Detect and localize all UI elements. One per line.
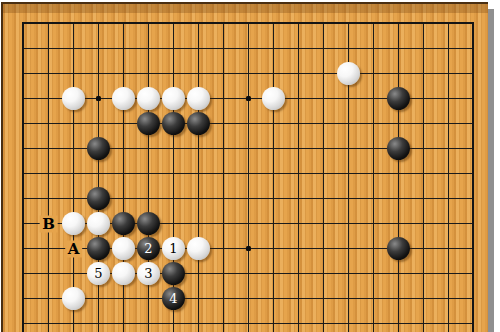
intersection[interactable]: [386, 136, 411, 161]
intersection[interactable]: [336, 186, 361, 211]
intersection[interactable]: [86, 211, 111, 236]
intersection[interactable]: [186, 61, 211, 86]
black-stone[interactable]: 4: [162, 287, 185, 310]
intersection[interactable]: [136, 286, 161, 311]
intersection[interactable]: [361, 161, 386, 186]
black-stone[interactable]: 2: [137, 237, 160, 260]
intersection[interactable]: [61, 186, 86, 211]
intersection[interactable]: [361, 136, 386, 161]
intersection[interactable]: [411, 86, 436, 111]
intersection[interactable]: [236, 111, 261, 136]
intersection[interactable]: [111, 161, 136, 186]
intersection[interactable]: [111, 236, 136, 261]
intersection[interactable]: [111, 86, 136, 111]
intersection[interactable]: [186, 311, 211, 332]
white-stone[interactable]: [187, 87, 210, 110]
intersection[interactable]: [286, 161, 311, 186]
intersection[interactable]: [436, 161, 461, 186]
intersection[interactable]: [211, 286, 236, 311]
black-stone[interactable]: [387, 137, 410, 160]
intersection[interactable]: [286, 286, 311, 311]
intersection[interactable]: [161, 111, 186, 136]
intersection[interactable]: [186, 286, 211, 311]
intersection[interactable]: [186, 186, 211, 211]
black-stone[interactable]: [387, 237, 410, 260]
intersection[interactable]: [161, 161, 186, 186]
intersection[interactable]: [461, 261, 486, 286]
intersection[interactable]: [411, 136, 436, 161]
intersection[interactable]: [86, 11, 111, 36]
intersection[interactable]: [436, 136, 461, 161]
black-stone[interactable]: [137, 112, 160, 135]
intersection[interactable]: [336, 236, 361, 261]
intersection[interactable]: [461, 61, 486, 86]
intersection[interactable]: [36, 86, 61, 111]
intersection[interactable]: [411, 286, 436, 311]
intersection[interactable]: [11, 111, 36, 136]
intersection[interactable]: 5: [86, 261, 111, 286]
intersection[interactable]: [336, 61, 361, 86]
intersection[interactable]: [111, 261, 136, 286]
white-stone[interactable]: [62, 212, 85, 235]
intersection[interactable]: [11, 261, 36, 286]
intersection[interactable]: [461, 286, 486, 311]
intersection[interactable]: [111, 61, 136, 86]
intersection[interactable]: [36, 136, 61, 161]
intersection[interactable]: [311, 286, 336, 311]
board-drop-shadow: [488, 9, 494, 332]
intersection[interactable]: [336, 311, 361, 332]
intersection[interactable]: 2: [136, 236, 161, 261]
intersection[interactable]: [211, 36, 236, 61]
intersection[interactable]: [311, 61, 336, 86]
move-number: 5: [87, 262, 110, 285]
intersection[interactable]: [336, 36, 361, 61]
intersection[interactable]: [411, 261, 436, 286]
intersection[interactable]: [286, 136, 311, 161]
intersection[interactable]: [261, 286, 286, 311]
move-number: 4: [162, 287, 185, 310]
intersection[interactable]: [411, 186, 436, 211]
intersection[interactable]: [361, 86, 386, 111]
white-stone[interactable]: [87, 212, 110, 235]
intersection[interactable]: [386, 11, 411, 36]
intersection[interactable]: [36, 161, 61, 186]
intersection[interactable]: [61, 86, 86, 111]
intersection[interactable]: 3: [136, 261, 161, 286]
intersection[interactable]: [261, 211, 286, 236]
go-diagram-page: BA21534: [0, 0, 500, 332]
intersection[interactable]: [136, 111, 161, 136]
intersection[interactable]: [311, 36, 336, 61]
intersection[interactable]: [386, 61, 411, 86]
intersection[interactable]: [211, 111, 236, 136]
intersection[interactable]: [461, 111, 486, 136]
intersection[interactable]: [386, 261, 411, 286]
intersection[interactable]: [211, 86, 236, 111]
intersection[interactable]: [311, 11, 336, 36]
intersection[interactable]: [161, 86, 186, 111]
intersection[interactable]: [161, 211, 186, 236]
intersection[interactable]: [311, 111, 336, 136]
intersection[interactable]: [86, 236, 111, 261]
intersection[interactable]: [461, 311, 486, 332]
intersection[interactable]: [361, 261, 386, 286]
intersection[interactable]: [61, 36, 86, 61]
intersection[interactable]: [36, 11, 61, 36]
move-number: 1: [162, 237, 185, 260]
intersection[interactable]: [286, 236, 311, 261]
intersection[interactable]: [361, 186, 386, 211]
intersection[interactable]: [236, 86, 261, 111]
intersection[interactable]: [136, 161, 161, 186]
intersection[interactable]: [311, 311, 336, 332]
intersection[interactable]: [61, 61, 86, 86]
intersection[interactable]: [211, 136, 236, 161]
intersection[interactable]: [11, 161, 36, 186]
intersection[interactable]: [236, 11, 261, 36]
intersection[interactable]: [286, 311, 311, 332]
intersection[interactable]: [36, 286, 61, 311]
intersection[interactable]: [36, 311, 61, 332]
intersection[interactable]: [286, 86, 311, 111]
intersection[interactable]: [211, 311, 236, 332]
intersection[interactable]: [411, 111, 436, 136]
intersection[interactable]: [186, 236, 211, 261]
black-stone[interactable]: [87, 187, 110, 210]
intersection[interactable]: B: [36, 211, 61, 236]
intersection[interactable]: [86, 86, 111, 111]
black-stone[interactable]: [112, 212, 135, 235]
intersection[interactable]: [311, 261, 336, 286]
intersection[interactable]: [436, 261, 461, 286]
intersection[interactable]: [61, 136, 86, 161]
black-stone[interactable]: [187, 112, 210, 135]
intersection[interactable]: [36, 61, 61, 86]
intersection[interactable]: [86, 186, 111, 211]
intersection[interactable]: [11, 36, 36, 61]
intersection[interactable]: [136, 86, 161, 111]
intersection[interactable]: [111, 136, 136, 161]
intersection[interactable]: [261, 261, 286, 286]
intersection[interactable]: [161, 136, 186, 161]
intersection[interactable]: [161, 36, 186, 61]
intersection[interactable]: [261, 311, 286, 332]
white-stone[interactable]: [262, 87, 285, 110]
intersection[interactable]: [111, 11, 136, 36]
intersection[interactable]: [211, 61, 236, 86]
intersection[interactable]: [61, 261, 86, 286]
intersection[interactable]: [311, 161, 336, 186]
intersection[interactable]: [136, 136, 161, 161]
intersection[interactable]: [236, 186, 261, 211]
intersection[interactable]: [336, 136, 361, 161]
black-stone[interactable]: [162, 262, 185, 285]
intersection[interactable]: [111, 111, 136, 136]
intersection[interactable]: [436, 311, 461, 332]
intersection[interactable]: [161, 261, 186, 286]
intersection[interactable]: [436, 236, 461, 261]
intersection[interactable]: [36, 186, 61, 211]
intersection[interactable]: [386, 111, 411, 136]
intersection[interactable]: [461, 36, 486, 61]
intersection[interactable]: [286, 61, 311, 86]
white-stone[interactable]: [112, 87, 135, 110]
black-stone[interactable]: [387, 87, 410, 110]
white-stone[interactable]: [112, 237, 135, 260]
black-stone[interactable]: [162, 112, 185, 135]
intersection[interactable]: [86, 111, 111, 136]
move-number: 2: [137, 237, 160, 260]
intersection[interactable]: [236, 36, 261, 61]
intersection[interactable]: [286, 261, 311, 286]
intersection[interactable]: [361, 111, 386, 136]
intersection[interactable]: [436, 286, 461, 311]
black-stone[interactable]: [87, 237, 110, 260]
intersection[interactable]: [111, 186, 136, 211]
intersection[interactable]: [236, 311, 261, 332]
intersection[interactable]: [86, 36, 111, 61]
intersection[interactable]: [361, 61, 386, 86]
intersection[interactable]: [186, 36, 211, 61]
white-stone[interactable]: [337, 62, 360, 85]
intersection[interactable]: [111, 36, 136, 61]
intersection[interactable]: [436, 86, 461, 111]
intersection[interactable]: [111, 311, 136, 332]
intersection[interactable]: [411, 211, 436, 236]
intersection[interactable]: [11, 136, 36, 161]
intersection[interactable]: [361, 286, 386, 311]
intersection[interactable]: [411, 36, 436, 61]
intersection[interactable]: [236, 236, 261, 261]
intersection[interactable]: [386, 311, 411, 332]
intersection[interactable]: [311, 236, 336, 261]
intersection[interactable]: [86, 161, 111, 186]
intersection[interactable]: [161, 186, 186, 211]
intersection[interactable]: [36, 36, 61, 61]
intersection[interactable]: [336, 111, 361, 136]
intersection[interactable]: [161, 311, 186, 332]
intersection[interactable]: [236, 261, 261, 286]
white-stone[interactable]: [62, 87, 85, 110]
intersection[interactable]: [86, 286, 111, 311]
intersection[interactable]: [461, 211, 486, 236]
point-label-B: B: [39, 215, 58, 232]
intersection[interactable]: [11, 236, 36, 261]
intersection[interactable]: [36, 261, 61, 286]
move-number: 3: [137, 262, 160, 285]
intersection[interactable]: [461, 236, 486, 261]
intersection[interactable]: [11, 286, 36, 311]
intersection[interactable]: [136, 36, 161, 61]
point-label-A: A: [65, 240, 83, 257]
intersection[interactable]: [461, 161, 486, 186]
intersection[interactable]: [186, 11, 211, 36]
intersection[interactable]: [386, 186, 411, 211]
intersection[interactable]: [86, 311, 111, 332]
intersection[interactable]: [211, 211, 236, 236]
intersection[interactable]: [211, 11, 236, 36]
intersection[interactable]: [261, 236, 286, 261]
intersection[interactable]: [61, 111, 86, 136]
intersection[interactable]: [261, 136, 286, 161]
intersection[interactable]: [411, 161, 436, 186]
intersection[interactable]: [11, 61, 36, 86]
intersection[interactable]: [336, 261, 361, 286]
intersection[interactable]: [261, 61, 286, 86]
intersection[interactable]: [336, 286, 361, 311]
intersection[interactable]: 4: [161, 286, 186, 311]
intersection[interactable]: 1: [161, 236, 186, 261]
intersection[interactable]: [461, 11, 486, 36]
intersection[interactable]: [236, 136, 261, 161]
intersection[interactable]: [361, 311, 386, 332]
intersection[interactable]: [136, 11, 161, 36]
intersection[interactable]: [186, 211, 211, 236]
intersection[interactable]: [111, 286, 136, 311]
intersection[interactable]: [211, 186, 236, 211]
intersection[interactable]: [236, 211, 261, 236]
intersection[interactable]: [236, 161, 261, 186]
intersection[interactable]: [461, 186, 486, 211]
intersection[interactable]: [286, 111, 311, 136]
intersection[interactable]: [336, 11, 361, 36]
black-stone[interactable]: [137, 212, 160, 235]
intersection[interactable]: [86, 61, 111, 86]
intersection[interactable]: [386, 86, 411, 111]
intersection[interactable]: [436, 211, 461, 236]
intersection[interactable]: [11, 186, 36, 211]
intersection[interactable]: [436, 186, 461, 211]
intersection[interactable]: [286, 36, 311, 61]
white-stone[interactable]: 3: [137, 262, 160, 285]
intersection[interactable]: [86, 136, 111, 161]
intersection[interactable]: [261, 86, 286, 111]
intersection[interactable]: [436, 111, 461, 136]
white-stone[interactable]: 5: [87, 262, 110, 285]
intersection[interactable]: [336, 211, 361, 236]
intersection[interactable]: [461, 136, 486, 161]
intersection[interactable]: [211, 161, 236, 186]
intersection[interactable]: [11, 11, 36, 36]
intersection[interactable]: [286, 11, 311, 36]
intersection[interactable]: [361, 36, 386, 61]
intersection[interactable]: [111, 211, 136, 236]
intersection[interactable]: [361, 11, 386, 36]
intersection[interactable]: [386, 236, 411, 261]
intersection[interactable]: [186, 136, 211, 161]
go-board: BA21534: [1, 2, 488, 332]
intersection[interactable]: [436, 11, 461, 36]
white-stone[interactable]: [112, 262, 135, 285]
goban: BA21534: [11, 11, 486, 332]
intersection[interactable]: [11, 311, 36, 332]
intersection[interactable]: [61, 286, 86, 311]
intersection[interactable]: [211, 236, 236, 261]
intersection[interactable]: [186, 261, 211, 286]
white-stone[interactable]: 1: [162, 237, 185, 260]
intersection[interactable]: [286, 211, 311, 236]
intersection[interactable]: [311, 86, 336, 111]
intersection[interactable]: [136, 211, 161, 236]
intersection[interactable]: [136, 61, 161, 86]
intersection[interactable]: [36, 111, 61, 136]
intersection[interactable]: [386, 161, 411, 186]
intersection[interactable]: [136, 186, 161, 211]
white-stone[interactable]: [137, 87, 160, 110]
intersection[interactable]: [361, 211, 386, 236]
intersection[interactable]: [236, 61, 261, 86]
intersection[interactable]: [61, 211, 86, 236]
intersection[interactable]: [411, 11, 436, 36]
white-stone[interactable]: [162, 87, 185, 110]
intersection[interactable]: [61, 161, 86, 186]
intersection[interactable]: [261, 161, 286, 186]
intersection[interactable]: [311, 136, 336, 161]
intersection[interactable]: [386, 36, 411, 61]
intersection[interactable]: [11, 211, 36, 236]
intersection[interactable]: [161, 61, 186, 86]
intersection[interactable]: [336, 161, 361, 186]
intersection[interactable]: [161, 11, 186, 36]
intersection[interactable]: [186, 86, 211, 111]
intersection[interactable]: [311, 211, 336, 236]
intersection[interactable]: [461, 86, 486, 111]
white-stone[interactable]: [187, 237, 210, 260]
intersection[interactable]: [261, 186, 286, 211]
intersection[interactable]: [286, 186, 311, 211]
intersection[interactable]: [386, 286, 411, 311]
intersection[interactable]: [236, 286, 261, 311]
intersection[interactable]: [411, 61, 436, 86]
intersection[interactable]: [136, 311, 161, 332]
intersection[interactable]: [211, 261, 236, 286]
intersection[interactable]: [61, 11, 86, 36]
intersection[interactable]: [261, 111, 286, 136]
intersection[interactable]: [261, 11, 286, 36]
intersection[interactable]: A: [61, 236, 86, 261]
intersection[interactable]: [411, 236, 436, 261]
intersection[interactable]: [11, 86, 36, 111]
intersection[interactable]: [186, 111, 211, 136]
intersection[interactable]: [411, 311, 436, 332]
intersection[interactable]: [36, 236, 61, 261]
intersection[interactable]: [61, 311, 86, 332]
white-stone[interactable]: [62, 287, 85, 310]
intersection[interactable]: [186, 161, 211, 186]
black-stone[interactable]: [87, 137, 110, 160]
intersection[interactable]: [261, 36, 286, 61]
intersection[interactable]: [436, 36, 461, 61]
intersection[interactable]: [436, 61, 461, 86]
intersection[interactable]: [336, 86, 361, 111]
intersection[interactable]: [386, 211, 411, 236]
intersection[interactable]: [361, 236, 386, 261]
intersection[interactable]: [311, 186, 336, 211]
